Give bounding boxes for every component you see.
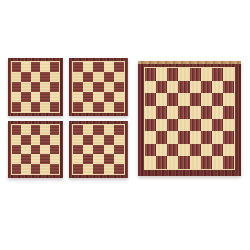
light-square-r3c4 [40,145,49,155]
light-square-r1c2 [21,62,30,72]
light-square-r2c3 [31,72,40,82]
light-square-r4c7 [212,106,223,119]
dark-square-r2c6 [201,81,212,94]
light-square-r8c1 [145,156,156,169]
light-square-r2c3 [167,81,178,94]
dark-square-r4c4 [104,92,114,102]
dark-square-r5c1 [12,102,21,112]
dark-square-r3c1 [73,145,83,155]
dark-square-r6c6 [201,131,212,144]
light-square-r1c4 [40,62,49,72]
light-square-r1c4 [104,62,114,72]
dark-square-r4c8 [223,106,234,119]
light-square-r2c5 [50,135,59,145]
light-square-r1c2 [156,68,167,81]
light-square-r4c3 [167,106,178,119]
light-square-r5c2 [83,164,93,174]
dark-square-r8c2 [156,156,167,169]
dark-square-r4c4 [104,154,114,164]
light-square-r2c3 [93,72,103,82]
dark-square-r2c8 [223,81,234,94]
light-square-r7c8 [223,144,234,157]
dark-square-r5c3 [167,119,178,132]
dark-square-r3c3 [167,93,178,106]
dark-square-r5c3 [93,102,103,112]
dark-square-r3c3 [93,82,103,92]
dark-square-r4c2 [21,92,30,102]
dark-square-r4c4 [40,92,49,102]
light-square-r3c6 [201,93,212,106]
dark-square-r5c5 [114,164,124,174]
dark-square-r4c2 [83,92,93,102]
light-square-r6c3 [167,131,178,144]
dark-square-r5c5 [114,102,124,112]
light-square-r2c1 [12,72,21,82]
light-square-r4c1 [12,154,21,164]
dark-square-r5c1 [12,164,21,174]
light-square-r3c2 [21,145,30,155]
board-squares-grid [144,67,235,170]
light-square-r5c4 [104,102,114,112]
light-square-r4c3 [31,92,40,102]
dark-square-r2c2 [83,135,93,145]
light-square-r5c2 [83,102,93,112]
light-square-r2c1 [145,81,156,94]
dark-square-r1c1 [12,125,21,135]
light-square-r4c5 [50,154,59,164]
dark-square-r2c4 [40,135,49,145]
dark-square-r3c1 [12,82,21,92]
dark-square-r1c3 [93,125,103,135]
light-square-r2c5 [190,81,201,94]
dark-square-r1c3 [93,62,103,72]
board-squares-grid [72,124,125,175]
light-square-r6c7 [212,131,223,144]
dark-square-r6c2 [156,131,167,144]
dark-square-r1c1 [73,125,83,135]
light-square-r4c3 [93,154,103,164]
light-square-r5c8 [223,119,234,132]
light-square-r2c7 [212,81,223,94]
light-square-r2c3 [93,135,103,145]
board-squares-grid [72,61,125,113]
light-square-r5c4 [40,164,49,174]
dark-square-r1c3 [31,62,40,72]
dark-square-r1c5 [114,62,124,72]
dark-square-r5c5 [50,164,59,174]
light-square-r1c8 [223,68,234,81]
chessboard-small-bottom-left [8,121,63,178]
dark-square-r3c5 [50,145,59,155]
dark-square-r3c3 [31,145,40,155]
dark-square-r3c7 [212,93,223,106]
dark-square-r5c1 [73,102,83,112]
light-square-r4c1 [12,92,21,102]
light-square-r5c2 [21,164,30,174]
light-square-r8c7 [212,156,223,169]
dark-square-r3c1 [73,82,83,92]
chessboard-small-top-left [8,58,63,116]
dark-square-r4c4 [40,154,49,164]
dark-square-r8c6 [201,156,212,169]
dark-square-r5c7 [212,119,223,132]
chessboards-product-photo [0,0,250,250]
dark-square-r4c2 [83,154,93,164]
dark-square-r5c3 [31,102,40,112]
dark-square-r4c6 [201,106,212,119]
light-square-r1c4 [40,125,49,135]
light-square-r5c2 [156,119,167,132]
dark-square-r3c3 [93,145,103,155]
dark-square-r7c3 [167,144,178,157]
chessboard-small-bottom-right [69,121,128,178]
dark-square-r5c1 [73,164,83,174]
dark-square-r2c4 [104,72,114,82]
dark-square-r5c3 [31,164,40,174]
light-square-r3c4 [104,82,114,92]
board-squares-grid [11,61,60,113]
dark-square-r1c1 [145,68,156,81]
light-square-r4c1 [145,106,156,119]
light-square-r6c5 [190,131,201,144]
light-square-r5c4 [40,102,49,112]
light-square-r1c6 [201,68,212,81]
dark-square-r6c8 [223,131,234,144]
light-square-r3c4 [178,93,189,106]
dark-square-r4c2 [156,106,167,119]
dark-square-r2c2 [83,72,93,82]
dark-square-r3c5 [50,82,59,92]
dark-square-r3c5 [114,145,124,155]
dark-square-r7c1 [145,144,156,157]
dark-square-r1c3 [167,68,178,81]
light-square-r5c2 [21,102,30,112]
light-square-r3c8 [223,93,234,106]
light-square-r5c4 [178,119,189,132]
light-square-r6c1 [145,131,156,144]
light-square-r7c4 [178,144,189,157]
light-square-r4c1 [73,154,83,164]
light-square-r3c2 [21,82,30,92]
light-square-r3c2 [83,82,93,92]
chessboard-small-top-right [69,58,128,116]
dark-square-r6c4 [178,131,189,144]
dark-square-r3c5 [114,82,124,92]
dark-square-r8c8 [223,156,234,169]
light-square-r2c3 [31,135,40,145]
dark-square-r7c5 [190,144,201,157]
light-square-r8c3 [167,156,178,169]
light-square-r3c2 [83,145,93,155]
dark-square-r5c5 [50,102,59,112]
dark-square-r2c2 [21,72,30,82]
dark-square-r2c4 [40,72,49,82]
dark-square-r1c5 [114,125,124,135]
light-square-r4c5 [190,106,201,119]
chessboard-large [138,61,241,176]
dark-square-r1c5 [50,62,59,72]
light-square-r7c2 [156,144,167,157]
dark-square-r4c2 [21,154,30,164]
light-square-r4c3 [31,154,40,164]
dark-square-r4c4 [178,106,189,119]
light-square-r2c5 [114,135,124,145]
dark-square-r1c3 [31,125,40,135]
light-square-r2c5 [50,72,59,82]
light-square-r5c6 [201,119,212,132]
light-square-r2c1 [73,135,83,145]
light-square-r1c2 [21,125,30,135]
light-square-r1c4 [178,68,189,81]
dark-square-r5c1 [145,119,156,132]
light-square-r7c6 [201,144,212,157]
dark-square-r3c1 [12,145,21,155]
light-square-r4c5 [114,154,124,164]
dark-square-r2c2 [21,135,30,145]
light-square-r3c2 [156,93,167,106]
light-square-r2c5 [114,72,124,82]
light-square-r4c5 [50,92,59,102]
dark-square-r1c5 [50,125,59,135]
dark-square-r2c4 [104,135,114,145]
light-square-r8c5 [190,156,201,169]
light-square-r1c2 [83,125,93,135]
board-squares-grid [11,124,60,175]
dark-square-r5c5 [190,119,201,132]
light-square-r1c2 [83,62,93,72]
dark-square-r3c3 [31,82,40,92]
dark-square-r1c1 [73,62,83,72]
dark-square-r3c5 [190,93,201,106]
dark-square-r1c1 [12,62,21,72]
light-square-r4c3 [93,92,103,102]
dark-square-r3c1 [145,93,156,106]
dark-square-r8c4 [178,156,189,169]
dark-square-r1c7 [212,68,223,81]
light-square-r4c5 [114,92,124,102]
light-square-r1c4 [104,125,114,135]
light-square-r5c4 [104,164,114,174]
light-square-r3c4 [104,145,114,155]
dark-square-r1c5 [190,68,201,81]
dark-square-r7c7 [212,144,223,157]
dark-square-r2c4 [178,81,189,94]
light-square-r4c1 [73,92,83,102]
dark-square-r2c2 [156,81,167,94]
light-square-r2c1 [12,135,21,145]
light-square-r3c4 [40,82,49,92]
dark-square-r5c3 [93,164,103,174]
light-square-r2c1 [73,72,83,82]
